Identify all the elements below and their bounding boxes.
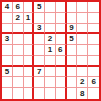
cell-r3c8[interactable] [77, 24, 88, 35]
cell-r5c8[interactable] [77, 45, 88, 56]
cell-r1c1[interactable]: 4 [2, 2, 13, 13]
cell-r4c7[interactable]: 5 [67, 34, 78, 45]
clue-digit: 4 [5, 3, 9, 11]
cell-r5c6[interactable]: 6 [56, 45, 67, 56]
cell-r5c9[interactable] [88, 45, 99, 56]
cell-r2c6[interactable] [56, 13, 67, 24]
clue-digit: 5 [37, 3, 41, 11]
cell-r1c8[interactable] [77, 2, 88, 13]
clue-digit: 6 [15, 3, 19, 11]
cell-r8c5[interactable] [45, 77, 56, 88]
cell-r2c4[interactable] [34, 13, 45, 24]
cell-r4c9[interactable] [88, 34, 99, 45]
clue-digit: 2 [15, 14, 19, 22]
cell-r6c3[interactable] [24, 56, 35, 67]
cell-r1c7[interactable] [67, 2, 78, 13]
clue-digit: 6 [58, 46, 62, 54]
cell-r2c8[interactable] [77, 13, 88, 24]
cell-r7c4[interactable]: 7 [34, 67, 45, 78]
cell-r9c6[interactable] [56, 88, 67, 99]
cell-r7c6[interactable] [56, 67, 67, 78]
cell-r1c3[interactable] [24, 2, 35, 13]
cell-r4c1[interactable]: 3 [2, 34, 13, 45]
cell-r6c6[interactable] [56, 56, 67, 67]
clue-digit: 2 [48, 35, 52, 43]
cell-r8c6[interactable] [56, 77, 67, 88]
cell-r3c7[interactable]: 9 [67, 24, 78, 35]
cell-r8c7[interactable] [67, 77, 78, 88]
cell-r5c1[interactable] [2, 45, 13, 56]
cell-r8c8[interactable]: 2 [77, 77, 88, 88]
cell-r5c3[interactable] [24, 45, 35, 56]
clue-digit: 1 [48, 46, 52, 54]
cell-r7c1[interactable]: 5 [2, 67, 13, 78]
cell-r1c6[interactable] [56, 2, 67, 13]
cell-r6c5[interactable] [45, 56, 56, 67]
cell-r9c8[interactable]: 8 [77, 88, 88, 99]
cell-r5c7[interactable] [67, 45, 78, 56]
cell-r1c5[interactable] [45, 2, 56, 13]
cell-r5c4[interactable] [34, 45, 45, 56]
cell-r8c1[interactable] [2, 77, 13, 88]
cell-r3c9[interactable] [88, 24, 99, 35]
cell-r5c5[interactable]: 1 [45, 45, 56, 56]
cell-r6c4[interactable] [34, 56, 45, 67]
cell-r1c2[interactable]: 6 [13, 2, 24, 13]
cell-r6c7[interactable] [67, 56, 78, 67]
cell-r2c3[interactable]: 1 [24, 13, 35, 24]
clue-digit: 1 [26, 14, 30, 22]
cell-r8c9[interactable]: 6 [88, 77, 99, 88]
cell-r7c9[interactable] [88, 67, 99, 78]
cell-r7c5[interactable] [45, 67, 56, 78]
cell-r4c5[interactable]: 2 [45, 34, 56, 45]
cell-r6c2[interactable] [13, 56, 24, 67]
cell-r2c1[interactable] [2, 13, 13, 24]
clue-digit: 7 [37, 68, 41, 76]
cell-r2c7[interactable] [67, 13, 78, 24]
clue-digit: 5 [69, 35, 73, 43]
cell-r8c4[interactable] [34, 77, 45, 88]
cell-r9c2[interactable] [13, 88, 24, 99]
cell-r1c4[interactable]: 5 [34, 2, 45, 13]
cell-r2c5[interactable] [45, 13, 56, 24]
clue-digit: 2 [80, 78, 84, 86]
cell-r8c2[interactable] [13, 77, 24, 88]
cell-r9c1[interactable] [2, 88, 13, 99]
cell-r3c6[interactable] [56, 24, 67, 35]
cell-r4c8[interactable] [77, 34, 88, 45]
cell-r2c2[interactable]: 2 [13, 13, 24, 24]
cell-r9c7[interactable] [67, 88, 78, 99]
clue-digit: 3 [37, 24, 41, 32]
cell-r4c2[interactable] [13, 34, 24, 45]
clue-digit: 3 [5, 35, 9, 43]
cell-r9c5[interactable] [45, 88, 56, 99]
cell-r7c8[interactable] [77, 67, 88, 78]
cell-r3c5[interactable] [45, 24, 56, 35]
cell-r9c3[interactable] [24, 88, 35, 99]
cell-r5c2[interactable] [13, 45, 24, 56]
cell-r4c6[interactable] [56, 34, 67, 45]
cell-r3c4[interactable]: 3 [34, 24, 45, 35]
cell-r3c1[interactable] [2, 24, 13, 35]
cell-r7c2[interactable] [13, 67, 24, 78]
clue-digit: 6 [91, 78, 95, 86]
sudoku-board: 46521393251657268 [0, 0, 101, 101]
cell-r9c9[interactable] [88, 88, 99, 99]
clue-digit: 8 [80, 90, 84, 98]
clue-digit: 9 [69, 24, 73, 32]
cell-r6c8[interactable] [77, 56, 88, 67]
cell-r4c3[interactable] [24, 34, 35, 45]
cell-r6c1[interactable] [2, 56, 13, 67]
cell-r2c9[interactable] [88, 13, 99, 24]
cell-r6c9[interactable] [88, 56, 99, 67]
cell-r9c4[interactable] [34, 88, 45, 99]
cell-r3c3[interactable] [24, 24, 35, 35]
cell-r8c3[interactable] [24, 77, 35, 88]
cell-r3c2[interactable] [13, 24, 24, 35]
cell-r7c7[interactable] [67, 67, 78, 78]
cell-r1c9[interactable] [88, 2, 99, 13]
cell-r7c3[interactable] [24, 67, 35, 78]
clue-digit: 5 [5, 68, 9, 76]
cell-r4c4[interactable] [34, 34, 45, 45]
